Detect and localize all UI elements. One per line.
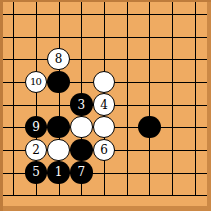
stone-white (93, 116, 115, 138)
intersection-r6-c4 (70, 116, 93, 139)
move-number-label: 5 (32, 166, 40, 178)
stone-white-move-10: 10 (25, 71, 47, 93)
intersection-r7-c4 (70, 139, 93, 162)
intersection-r8-c4: 7 (70, 161, 93, 184)
intersection-r6-c7 (138, 116, 161, 139)
move-number-label: 1 (55, 166, 63, 178)
intersection-r7-c3 (47, 139, 70, 162)
move-number-label: 10 (30, 76, 41, 86)
move-number-label: 3 (77, 98, 85, 110)
stone-black (70, 139, 92, 161)
stone-white-move-6: 6 (93, 139, 115, 161)
intersection-r6-c2: 9 (25, 116, 48, 139)
move-number-label: 8 (55, 53, 63, 65)
stone-white-move-4: 4 (93, 93, 115, 115)
stone-black-move-1: 1 (47, 161, 69, 183)
intersection-r6-c5 (93, 116, 116, 139)
stone-black-move-9: 9 (25, 116, 47, 138)
move-number-label: 7 (77, 166, 85, 178)
stone-black (47, 71, 69, 93)
stone-white (47, 139, 69, 161)
intersection-r4-c5 (93, 71, 116, 94)
stone-black (138, 116, 160, 138)
intersection-r5-c5: 4 (93, 93, 116, 116)
intersection-r8-c2: 5 (25, 161, 48, 184)
intersection-r4-c2: 10 (25, 71, 48, 94)
move-number-label: 6 (100, 143, 108, 155)
stone-black-move-3: 3 (70, 93, 92, 115)
stone-white-move-2: 2 (25, 139, 47, 161)
stone-white (70, 116, 92, 138)
move-number-label: 2 (32, 143, 40, 155)
stone-black-move-7: 7 (70, 161, 92, 183)
move-number-label: 4 (100, 98, 108, 110)
stone-black-move-5: 5 (25, 161, 47, 183)
intersection-r6-c3 (47, 116, 70, 139)
go-board: 81034926517 (0, 0, 211, 211)
stones-layer: 81034926517 (2, 3, 206, 207)
intersection-r4-c3 (47, 71, 70, 94)
stone-white (93, 71, 115, 93)
intersection-r7-c5: 6 (93, 139, 116, 162)
intersection-r3-c3: 8 (47, 48, 70, 71)
stone-white-move-8: 8 (47, 48, 69, 70)
intersection-r5-c4: 3 (70, 93, 93, 116)
stone-black (47, 116, 69, 138)
intersection-r8-c3: 1 (47, 161, 70, 184)
move-number-label: 9 (32, 121, 40, 133)
intersection-r7-c2: 2 (25, 139, 48, 162)
